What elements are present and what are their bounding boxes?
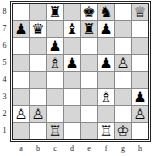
file-label-g: g [115, 143, 131, 155]
square-h8[interactable]: ♕ [132, 4, 148, 20]
square-c7[interactable] [47, 21, 63, 37]
square-c4[interactable] [47, 72, 63, 88]
square-a6[interactable] [13, 38, 29, 54]
square-b5[interactable] [30, 55, 46, 71]
square-g6[interactable] [115, 38, 131, 54]
square-g2[interactable] [115, 106, 131, 122]
piece-white-pawn: ♙ [132, 106, 148, 122]
square-f8[interactable]: ♞ [98, 4, 114, 20]
piece-black-pawn: ♟ [64, 55, 80, 71]
square-c2[interactable] [47, 106, 63, 122]
square-b1[interactable] [30, 123, 46, 139]
square-a2[interactable]: ♙ [13, 106, 29, 122]
file-label-b: b [30, 143, 46, 155]
square-h1[interactable] [132, 123, 148, 139]
file-label-e: e [81, 143, 97, 155]
piece-white-queen: ♕ [132, 4, 148, 20]
square-g1[interactable]: ♔ [115, 123, 131, 139]
square-a7[interactable]: ♟ [13, 21, 29, 37]
square-f2[interactable] [98, 106, 114, 122]
file-label-a: a [13, 143, 29, 155]
piece-black-queen: ♛ [30, 21, 46, 37]
piece-white-pawn: ♙ [13, 106, 29, 122]
square-f3[interactable]: ♗ [98, 89, 114, 105]
piece-white-bishop: ♗ [98, 89, 114, 105]
square-e7[interactable]: ♜ [81, 21, 97, 37]
rank-label-1: 1 [0, 122, 9, 139]
rank-label-6: 6 [0, 37, 9, 54]
piece-black-rook: ♜ [81, 21, 97, 37]
square-a1[interactable] [13, 123, 29, 139]
square-c8[interactable]: ♜ [47, 4, 63, 20]
square-g3[interactable] [115, 89, 131, 105]
piece-white-bishop: ♗ [47, 55, 63, 71]
square-f7[interactable]: ♟ [98, 21, 114, 37]
square-b8[interactable] [30, 4, 46, 20]
rank-label-2: 2 [0, 105, 9, 122]
square-d2[interactable] [64, 106, 80, 122]
piece-black-king: ♚ [81, 4, 97, 20]
piece-black-pawn: ♟ [132, 89, 148, 105]
square-d4[interactable] [64, 72, 80, 88]
square-g8[interactable] [115, 4, 131, 20]
rank-label-8: 8 [0, 3, 9, 20]
square-d3[interactable] [64, 89, 80, 105]
square-f1[interactable]: ♖ [98, 123, 114, 139]
piece-white-king: ♔ [115, 123, 131, 139]
square-h5[interactable] [132, 55, 148, 71]
square-c1[interactable]: ♖ [47, 123, 63, 139]
board-grid: ♜♚♞♕♟♛♝♜♟♟♗♟♟♙♗♟♙♙♙♖♖♔ [12, 3, 149, 140]
square-h4[interactable] [132, 72, 148, 88]
piece-white-pawn: ♙ [115, 55, 131, 71]
piece-white-pawn: ♙ [30, 106, 46, 122]
file-label-d: d [64, 143, 80, 155]
square-d7[interactable]: ♝ [64, 21, 80, 37]
square-b7[interactable]: ♛ [30, 21, 46, 37]
rank-label-5: 5 [0, 54, 9, 71]
square-d8[interactable] [64, 4, 80, 20]
square-h6[interactable] [132, 38, 148, 54]
square-g4[interactable] [115, 72, 131, 88]
rank-label-4: 4 [0, 71, 9, 88]
file-label-c: c [47, 143, 63, 155]
square-a4[interactable] [13, 72, 29, 88]
square-e5[interactable] [81, 55, 97, 71]
square-e4[interactable] [81, 72, 97, 88]
square-d6[interactable] [64, 38, 80, 54]
piece-black-bishop: ♝ [64, 21, 80, 37]
square-h3[interactable]: ♟ [132, 89, 148, 105]
chess-board: ♜♚♞♕♟♛♝♜♟♟♗♟♟♙♗♟♙♙♙♖♖♔ [10, 1, 151, 142]
square-h2[interactable]: ♙ [132, 106, 148, 122]
square-h7[interactable] [132, 21, 148, 37]
piece-white-rook: ♖ [47, 123, 63, 139]
piece-black-pawn: ♟ [47, 38, 63, 54]
square-d5[interactable]: ♟ [64, 55, 80, 71]
square-g5[interactable]: ♙ [115, 55, 131, 71]
square-e2[interactable] [81, 106, 97, 122]
square-b4[interactable] [30, 72, 46, 88]
chess-diagram: 87654321 ♜♚♞♕♟♛♝♜♟♟♗♟♟♙♗♟♙♙♙♖♖♔ abcdefgh [0, 0, 156, 156]
square-c5[interactable]: ♗ [47, 55, 63, 71]
square-f6[interactable] [98, 38, 114, 54]
square-a5[interactable] [13, 55, 29, 71]
rank-label-3: 3 [0, 88, 9, 105]
piece-black-knight: ♞ [98, 4, 114, 20]
square-b6[interactable] [30, 38, 46, 54]
piece-black-pawn: ♟ [98, 55, 114, 71]
square-d1[interactable] [64, 123, 80, 139]
piece-black-rook: ♜ [47, 4, 63, 20]
square-f5[interactable]: ♟ [98, 55, 114, 71]
square-c6[interactable]: ♟ [47, 38, 63, 54]
square-c3[interactable] [47, 89, 63, 105]
square-e8[interactable]: ♚ [81, 4, 97, 20]
piece-black-pawn: ♟ [13, 21, 29, 37]
square-b3[interactable] [30, 89, 46, 105]
square-f4[interactable] [98, 72, 114, 88]
square-g7[interactable] [115, 21, 131, 37]
square-e3[interactable] [81, 89, 97, 105]
square-a3[interactable] [13, 89, 29, 105]
piece-white-rook: ♖ [98, 123, 114, 139]
file-label-f: f [98, 143, 114, 155]
piece-black-pawn: ♟ [98, 21, 114, 37]
square-e6[interactable] [81, 38, 97, 54]
file-label-h: h [132, 143, 148, 155]
square-e1[interactable] [81, 123, 97, 139]
square-b2[interactable]: ♙ [30, 106, 46, 122]
rank-label-7: 7 [0, 20, 9, 37]
square-a8[interactable] [13, 4, 29, 20]
